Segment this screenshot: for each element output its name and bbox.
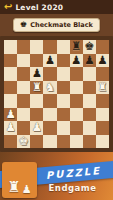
piece-black-pawn: ♟ bbox=[45, 54, 55, 67]
square-c4[interactable] bbox=[30, 94, 43, 108]
square-c1[interactable] bbox=[30, 135, 43, 149]
square-h3[interactable] bbox=[96, 108, 109, 122]
square-g1[interactable] bbox=[83, 135, 96, 149]
square-a7[interactable] bbox=[4, 54, 17, 68]
square-a4[interactable] bbox=[4, 94, 17, 108]
chess-board: ♜♚♟♟♟♟♟♜♞♜♟♟♟♚ bbox=[4, 40, 109, 148]
square-f8[interactable]: ♜ bbox=[70, 40, 83, 54]
square-d6[interactable] bbox=[43, 67, 56, 81]
piece-black-pawn: ♟ bbox=[71, 54, 81, 67]
square-g3[interactable] bbox=[83, 108, 96, 122]
square-f4[interactable] bbox=[70, 94, 83, 108]
square-e4[interactable] bbox=[57, 94, 70, 108]
piece-white-king: ♚ bbox=[19, 135, 29, 148]
square-h7[interactable]: ♟ bbox=[96, 54, 109, 68]
piece-white-rook: ♜ bbox=[32, 81, 42, 94]
piece-black-pawn: ♟ bbox=[84, 54, 94, 67]
square-f1[interactable] bbox=[70, 135, 83, 149]
piece-white-knight: ♞ bbox=[45, 81, 55, 94]
piece-white-pawn: ♟ bbox=[32, 121, 42, 134]
rook-icon: ♜ bbox=[7, 180, 20, 195]
objective-banner: ♚ Checkmate Black bbox=[13, 18, 100, 32]
back-icon[interactable]: ↩ bbox=[4, 2, 12, 12]
square-d7[interactable]: ♟ bbox=[43, 54, 56, 68]
square-h5[interactable]: ♜ bbox=[96, 81, 109, 95]
square-f3[interactable] bbox=[70, 108, 83, 122]
square-a8[interactable] bbox=[4, 40, 17, 54]
square-b5[interactable] bbox=[17, 81, 30, 95]
piece-black-rook: ♜ bbox=[71, 40, 81, 53]
square-g4[interactable] bbox=[83, 94, 96, 108]
square-h1[interactable] bbox=[96, 135, 109, 149]
piece-black-pawn: ♟ bbox=[32, 67, 42, 80]
square-c2[interactable]: ♟ bbox=[30, 121, 43, 135]
square-d2[interactable] bbox=[43, 121, 56, 135]
top-bar: ↩ Level 2020 bbox=[0, 0, 113, 14]
piece-black-pawn: ♟ bbox=[97, 54, 107, 67]
square-f6[interactable] bbox=[70, 67, 83, 81]
square-g6[interactable] bbox=[83, 67, 96, 81]
square-b1[interactable]: ♚ bbox=[17, 135, 30, 149]
square-e7[interactable] bbox=[57, 54, 70, 68]
square-h4[interactable] bbox=[96, 94, 109, 108]
square-b2[interactable] bbox=[17, 121, 30, 135]
promo-footer[interactable]: PUZZLE Endgame ♜ ♟ bbox=[0, 152, 113, 200]
piece-black-king: ♚ bbox=[84, 40, 94, 53]
pawn-icon: ♟ bbox=[22, 184, 32, 195]
square-b8[interactable] bbox=[17, 40, 30, 54]
square-c7[interactable] bbox=[30, 54, 43, 68]
square-c3[interactable] bbox=[30, 108, 43, 122]
piece-white-rook: ♜ bbox=[97, 81, 107, 94]
square-g7[interactable]: ♟ bbox=[83, 54, 96, 68]
square-a2[interactable]: ♟ bbox=[4, 121, 17, 135]
square-e6[interactable] bbox=[57, 67, 70, 81]
square-g8[interactable]: ♚ bbox=[83, 40, 96, 54]
objective-text: Checkmate Black bbox=[30, 21, 93, 29]
square-e2[interactable] bbox=[57, 121, 70, 135]
square-h8[interactable] bbox=[96, 40, 109, 54]
square-f7[interactable]: ♟ bbox=[70, 54, 83, 68]
square-a5[interactable] bbox=[4, 81, 17, 95]
puzzle-app-screen: ↩ Level 2020 ♚ Checkmate Black ♜♚♟♟♟♟♟♜♞… bbox=[0, 0, 113, 200]
square-b4[interactable] bbox=[17, 94, 30, 108]
square-b6[interactable] bbox=[17, 67, 30, 81]
square-e8[interactable] bbox=[57, 40, 70, 54]
square-c6[interactable]: ♟ bbox=[30, 67, 43, 81]
square-h2[interactable] bbox=[96, 121, 109, 135]
square-d3[interactable] bbox=[43, 108, 56, 122]
level-label: Level 2020 bbox=[15, 3, 63, 12]
square-f5[interactable] bbox=[70, 81, 83, 95]
square-b3[interactable] bbox=[17, 108, 30, 122]
square-g2[interactable] bbox=[83, 121, 96, 135]
square-h6[interactable] bbox=[96, 67, 109, 81]
square-g5[interactable] bbox=[83, 81, 96, 95]
chess-pieces-tile: ♜ ♟ bbox=[2, 162, 37, 198]
black-king-icon: ♚ bbox=[20, 21, 27, 29]
square-b7[interactable] bbox=[17, 54, 30, 68]
piece-white-pawn: ♟ bbox=[5, 108, 15, 121]
square-e5[interactable] bbox=[57, 81, 70, 95]
square-f2[interactable] bbox=[70, 121, 83, 135]
square-d8[interactable] bbox=[43, 40, 56, 54]
square-c8[interactable] bbox=[30, 40, 43, 54]
square-a3[interactable]: ♟ bbox=[4, 108, 17, 122]
square-d1[interactable] bbox=[43, 135, 56, 149]
piece-white-pawn: ♟ bbox=[5, 121, 15, 134]
objective-banner-zone: ♚ Checkmate Black bbox=[0, 14, 113, 36]
square-d4[interactable] bbox=[43, 94, 56, 108]
board-frame: ♜♚♟♟♟♟♟♜♞♜♟♟♟♚ bbox=[0, 36, 113, 152]
square-c5[interactable]: ♜ bbox=[30, 81, 43, 95]
square-d5[interactable]: ♞ bbox=[43, 81, 56, 95]
square-a6[interactable] bbox=[4, 67, 17, 81]
square-a1[interactable] bbox=[4, 135, 17, 149]
square-e3[interactable] bbox=[57, 108, 70, 122]
square-e1[interactable] bbox=[57, 135, 70, 149]
